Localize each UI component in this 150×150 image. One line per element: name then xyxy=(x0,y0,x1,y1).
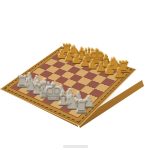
piece-silver-rook: ♜ xyxy=(66,99,96,116)
watermark xyxy=(63,145,88,148)
chess-set-photo: ♜♟♟♜♞♟♟♞♝♟♟♝♛♟♟♛♚♟♟♚♝♟♟♝♞♟♟♞♜♟♟♜ xyxy=(0,0,150,150)
piece-gold-pawn: ♟ xyxy=(105,67,132,80)
square-a1: ♜ xyxy=(68,106,84,117)
square-g1: ♟ xyxy=(106,73,120,81)
